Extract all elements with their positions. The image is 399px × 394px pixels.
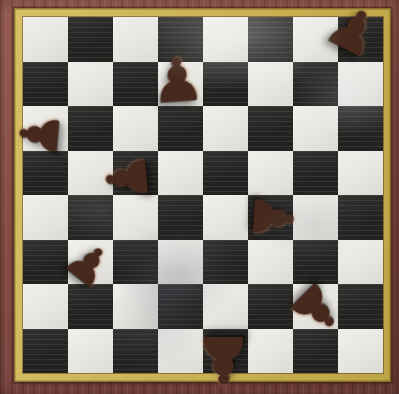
square-f4[interactable]: ♟ [248, 195, 293, 240]
square-a8[interactable] [23, 17, 68, 62]
pawn-glyph: ♟ [12, 109, 68, 160]
pawn-glyph: ♟ [149, 48, 207, 112]
square-c3[interactable] [113, 240, 158, 285]
square-f3[interactable] [248, 240, 293, 285]
square-f1[interactable] [248, 329, 293, 374]
square-h3[interactable] [338, 240, 383, 285]
square-f8[interactable] [248, 17, 293, 62]
square-a7[interactable] [23, 62, 68, 107]
pawn-glyph: ♟ [243, 190, 302, 244]
square-b6[interactable] [68, 106, 113, 151]
square-h5[interactable] [338, 151, 383, 196]
square-f6[interactable] [248, 106, 293, 151]
square-d4[interactable] [158, 195, 203, 240]
square-a1[interactable] [23, 329, 68, 374]
square-f5[interactable] [248, 151, 293, 196]
square-e5[interactable] [203, 151, 248, 196]
square-g6[interactable] [293, 106, 338, 151]
square-g5[interactable] [293, 151, 338, 196]
square-d7[interactable]: ♟ [158, 62, 203, 107]
square-b1[interactable] [68, 329, 113, 374]
square-e6[interactable] [203, 106, 248, 151]
square-h8[interactable]: ♟ [338, 17, 383, 62]
square-a2[interactable] [23, 284, 68, 329]
square-b3[interactable]: ♟ [68, 240, 113, 285]
square-a6[interactable]: ♟ [23, 106, 68, 151]
square-d5[interactable] [158, 151, 203, 196]
square-c1[interactable] [113, 329, 158, 374]
square-e7[interactable] [203, 62, 248, 107]
pawn-d7[interactable]: ♟ [149, 52, 207, 109]
square-e1[interactable]: ♟ [203, 329, 248, 374]
square-e8[interactable] [203, 17, 248, 62]
square-f7[interactable] [248, 62, 293, 107]
pawn-e1[interactable]: ♟ [194, 329, 253, 387]
square-d3[interactable] [158, 240, 203, 285]
square-a4[interactable] [23, 195, 68, 240]
square-h6[interactable] [338, 106, 383, 151]
chess-board[interactable]: ♟♟♟♟♟♟♟♟ [23, 17, 383, 373]
square-c2[interactable] [113, 284, 158, 329]
square-h4[interactable] [338, 195, 383, 240]
square-c6[interactable] [113, 106, 158, 151]
pawn-f4[interactable]: ♟ [246, 190, 299, 244]
pawn-glyph: ♟ [97, 150, 157, 205]
pawn-a6[interactable]: ♟ [15, 109, 66, 160]
square-g2[interactable]: ♟ [293, 284, 338, 329]
pawn-glyph: ♟ [195, 325, 253, 390]
square-b7[interactable] [68, 62, 113, 107]
pawn-c5[interactable]: ♟ [100, 150, 154, 205]
square-c5[interactable]: ♟ [113, 151, 158, 196]
square-e3[interactable] [203, 240, 248, 285]
square-g7[interactable] [293, 62, 338, 107]
chessboard-photo: ♟♟♟♟♟♟♟♟ [0, 0, 399, 394]
square-b8[interactable] [68, 17, 113, 62]
square-h1[interactable] [338, 329, 383, 374]
